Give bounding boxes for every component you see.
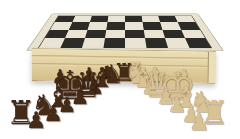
chess-board (26, 14, 224, 51)
board-square (125, 30, 145, 38)
board-square (103, 38, 125, 48)
chess-piece-light-pawn: ♟ (189, 111, 210, 134)
board-grid (38, 16, 213, 49)
board-square (178, 22, 200, 29)
board-square (125, 22, 144, 29)
board-square (85, 30, 106, 38)
board-square (88, 22, 108, 29)
chess-piece-dark-pawn: ♟ (26, 109, 47, 132)
board-square (82, 38, 105, 48)
board-square (106, 22, 125, 29)
board-square (125, 38, 147, 48)
board-square (181, 30, 205, 38)
board-square (143, 22, 163, 29)
chess-set-photo: ♜♟♞♟♝♟♚♟♛♟♝♞♜♟♟♟♜♟♞♟♝♟♚♟♛♟♝♞♜♟♟♟ (0, 0, 240, 139)
board-square (185, 38, 211, 48)
board-square (105, 30, 125, 38)
box-right-end (207, 52, 215, 83)
